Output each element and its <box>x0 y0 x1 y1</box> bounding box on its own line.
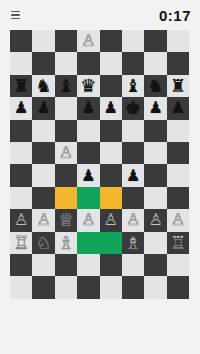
square-r1c2[interactable] <box>32 30 54 52</box>
white-rook[interactable]: ♖ <box>170 234 186 252</box>
white-bishop[interactable]: ♗ <box>58 234 74 252</box>
square-r4c1[interactable]: ♟ <box>10 97 32 119</box>
square-r9c1[interactable]: ♙ <box>10 209 32 231</box>
square-r2c3[interactable] <box>55 52 77 74</box>
menu-button[interactable] <box>9 9 22 21</box>
white-pawn[interactable]: ♙ <box>126 212 140 228</box>
black-bishop[interactable]: ♝ <box>58 77 74 95</box>
square-r3c4[interactable]: ♛ <box>77 75 99 97</box>
black-pawn[interactable]: ♟ <box>171 100 185 116</box>
black-pawn[interactable]: ♟ <box>81 100 95 116</box>
square-r8c5[interactable] <box>100 187 122 209</box>
square-r5c5[interactable] <box>100 120 122 142</box>
black-knight[interactable]: ♞ <box>148 77 164 95</box>
square-r9c6[interactable]: ♙ <box>122 209 144 231</box>
black-rook[interactable]: ♜ <box>170 77 186 95</box>
white-rook[interactable]: ♖ <box>13 234 29 252</box>
black-pawn[interactable]: ♟ <box>104 100 118 116</box>
square-r4c5[interactable]: ♟ <box>100 97 122 119</box>
square-r12c8[interactable] <box>167 276 189 298</box>
square-r3c6[interactable]: ♝ <box>122 75 144 97</box>
square-r8c1[interactable] <box>10 187 32 209</box>
square-r4c4[interactable]: ♟ <box>77 97 99 119</box>
white-pawn[interactable]: ♙ <box>171 212 185 228</box>
square-r2c1[interactable] <box>10 52 32 74</box>
square-r2c8[interactable] <box>167 52 189 74</box>
square-r8c7[interactable] <box>144 187 166 209</box>
square-r5c8[interactable] <box>167 120 189 142</box>
square-r10c4[interactable] <box>77 232 99 254</box>
white-pawn[interactable]: ♙ <box>36 212 50 228</box>
square-r5c7[interactable] <box>144 120 166 142</box>
square-r12c2[interactable] <box>32 276 54 298</box>
black-pawn[interactable]: ♟ <box>126 168 140 184</box>
square-r6c5[interactable] <box>100 142 122 164</box>
square-r12c6[interactable] <box>122 276 144 298</box>
square-r11c2[interactable] <box>32 254 54 276</box>
hamburger-icon <box>11 18 20 19</box>
black-bishop[interactable]: ♝ <box>125 77 141 95</box>
square-r11c1[interactable] <box>10 254 32 276</box>
square-r1c7[interactable] <box>144 30 166 52</box>
square-r11c7[interactable] <box>144 254 166 276</box>
square-r6c4[interactable] <box>77 142 99 164</box>
square-r9c8[interactable]: ♙ <box>167 209 189 231</box>
square-r7c5[interactable] <box>100 164 122 186</box>
square-r10c2[interactable]: ♘ <box>32 232 54 254</box>
square-r2c7[interactable] <box>144 52 166 74</box>
square-r8c8[interactable] <box>167 187 189 209</box>
square-r11c4[interactable] <box>77 254 99 276</box>
square-r2c2[interactable] <box>32 52 54 74</box>
black-knight[interactable]: ♞ <box>36 77 52 95</box>
square-r10c6[interactable]: ♗ <box>122 232 144 254</box>
white-bishop[interactable]: ♗ <box>125 234 141 252</box>
square-r6c8[interactable] <box>167 142 189 164</box>
square-r3c5[interactable] <box>100 75 122 97</box>
square-r5c4[interactable] <box>77 120 99 142</box>
square-r3c7[interactable]: ♞ <box>144 75 166 97</box>
square-r11c5[interactable] <box>100 254 122 276</box>
square-r5c6[interactable] <box>122 120 144 142</box>
square-r7c7[interactable] <box>144 164 166 186</box>
white-pawn[interactable]: ♙ <box>81 33 95 49</box>
square-r4c2[interactable]: ♟ <box>32 97 54 119</box>
square-r2c4[interactable] <box>77 52 99 74</box>
square-r1c5[interactable] <box>100 30 122 52</box>
square-r12c3[interactable] <box>55 276 77 298</box>
square-r7c4[interactable]: ♟ <box>77 164 99 186</box>
square-r10c8[interactable]: ♖ <box>167 232 189 254</box>
square-r3c8[interactable]: ♜ <box>167 75 189 97</box>
square-r12c4[interactable] <box>77 276 99 298</box>
square-r7c1[interactable] <box>10 164 32 186</box>
square-r10c7[interactable] <box>144 232 166 254</box>
chess-board: ♙♜♞♝♛♝♞♜♟♟♟♟♚♟♟♙♟♟♙♙♕♙♙♙♙♙♖♘♗♗♖ <box>10 30 189 299</box>
square-r2c6[interactable] <box>122 52 144 74</box>
square-r1c8[interactable] <box>167 30 189 52</box>
square-r3c1[interactable]: ♜ <box>10 75 32 97</box>
square-r5c3[interactable] <box>55 120 77 142</box>
square-r3c3[interactable]: ♝ <box>55 75 77 97</box>
square-r11c6[interactable] <box>122 254 144 276</box>
square-r10c1[interactable]: ♖ <box>10 232 32 254</box>
square-r9c7[interactable]: ♙ <box>144 209 166 231</box>
square-r1c4[interactable]: ♙ <box>77 30 99 52</box>
square-r6c3[interactable]: ♙ <box>55 142 77 164</box>
square-r12c5[interactable] <box>100 276 122 298</box>
square-r10c3[interactable]: ♗ <box>55 232 77 254</box>
square-r7c8[interactable] <box>167 164 189 186</box>
square-r9c5[interactable]: ♙ <box>100 209 122 231</box>
square-r8c6[interactable] <box>122 187 144 209</box>
black-king[interactable]: ♚ <box>125 99 141 117</box>
square-r9c3[interactable]: ♕ <box>55 209 77 231</box>
hamburger-icon <box>11 14 20 15</box>
square-r11c8[interactable] <box>167 254 189 276</box>
black-pawn[interactable]: ♟ <box>148 100 162 116</box>
square-r8c3[interactable] <box>55 187 77 209</box>
white-knight[interactable]: ♘ <box>36 234 52 252</box>
square-r7c3[interactable] <box>55 164 77 186</box>
square-r5c1[interactable] <box>10 120 32 142</box>
square-r1c6[interactable] <box>122 30 144 52</box>
white-pawn[interactable]: ♙ <box>148 212 162 228</box>
black-rook[interactable]: ♜ <box>13 77 29 95</box>
square-r2c5[interactable] <box>100 52 122 74</box>
white-pawn[interactable]: ♙ <box>81 212 95 228</box>
square-r8c2[interactable] <box>32 187 54 209</box>
square-r9c4[interactable]: ♙ <box>77 209 99 231</box>
square-r4c3[interactable] <box>55 97 77 119</box>
square-r8c4[interactable] <box>77 187 99 209</box>
square-r4c7[interactable]: ♟ <box>144 97 166 119</box>
hamburger-icon <box>11 11 20 12</box>
square-r10c5[interactable] <box>100 232 122 254</box>
black-queen[interactable]: ♛ <box>80 77 96 95</box>
white-pawn[interactable]: ♙ <box>14 212 28 228</box>
square-r12c1[interactable] <box>10 276 32 298</box>
black-pawn[interactable]: ♟ <box>14 100 28 116</box>
square-r4c6[interactable]: ♚ <box>122 97 144 119</box>
square-r3c2[interactable]: ♞ <box>32 75 54 97</box>
square-r7c2[interactable] <box>32 164 54 186</box>
black-pawn[interactable]: ♟ <box>81 168 95 184</box>
square-r6c1[interactable] <box>10 142 32 164</box>
square-r6c2[interactable] <box>32 142 54 164</box>
top-bar: 0:17 <box>0 0 200 30</box>
square-r6c7[interactable] <box>144 142 166 164</box>
timer: 0:17 <box>159 7 191 24</box>
square-r7c6[interactable]: ♟ <box>122 164 144 186</box>
square-r6c6[interactable] <box>122 142 144 164</box>
square-r9c2[interactable]: ♙ <box>32 209 54 231</box>
square-r11c3[interactable] <box>55 254 77 276</box>
white-pawn[interactable]: ♙ <box>104 212 118 228</box>
square-r4c8[interactable]: ♟ <box>167 97 189 119</box>
square-r12c7[interactable] <box>144 276 166 298</box>
white-queen[interactable]: ♕ <box>58 211 74 229</box>
white-pawn[interactable]: ♙ <box>59 145 73 161</box>
square-r1c1[interactable] <box>10 30 32 52</box>
black-pawn[interactable]: ♟ <box>36 100 50 116</box>
square-r5c2[interactable] <box>32 120 54 142</box>
square-r1c3[interactable] <box>55 30 77 52</box>
